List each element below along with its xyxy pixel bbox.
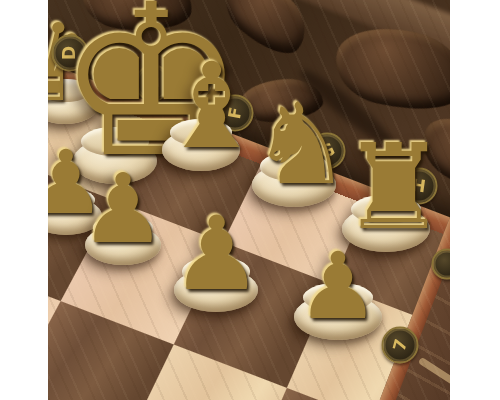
bishop-glyph: ♝ <box>159 58 243 155</box>
screenshot-canvas: ♛ D E F G H 7 ♚ ♝ ♞ ♜ ♟ <box>0 0 500 400</box>
piece-pawn-e7[interactable]: ♟ <box>80 127 166 265</box>
knight-glyph: ♞ <box>251 99 337 191</box>
pawn-glyph: ♟ <box>80 170 166 249</box>
piece-pawn-f7[interactable]: ♟ <box>171 170 261 312</box>
pawn-glyph: ♟ <box>171 212 261 296</box>
piece-knight-g8[interactable]: ♞ <box>251 65 337 207</box>
rank-medallion-7: 7 <box>382 327 419 364</box>
pawn-glyph: ♟ <box>291 249 385 324</box>
piece-pawn-g7[interactable]: ♟ <box>291 216 385 340</box>
chess-set-photo: ♛ D E F G H 7 ♚ ♝ ♞ ♜ ♟ <box>48 0 450 400</box>
piece-bishop-f8[interactable]: ♝ <box>159 23 243 171</box>
